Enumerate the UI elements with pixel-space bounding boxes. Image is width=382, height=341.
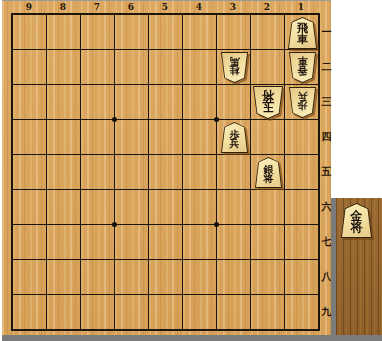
square-1h[interactable]	[284, 259, 318, 294]
piece-kanji-歩兵: 歩兵	[289, 87, 316, 118]
sente-silver-2e[interactable]: 銀将	[255, 157, 282, 188]
file-label-5: 5	[148, 1, 182, 13]
piece-character: 将	[264, 174, 274, 183]
square-7h[interactable]	[80, 259, 114, 294]
piece-outline: 飛車	[288, 17, 317, 49]
square-9g[interactable]	[12, 224, 46, 259]
square-6i[interactable]	[114, 294, 148, 329]
square-8i[interactable]	[46, 294, 80, 329]
gote-knight-3b[interactable]: 桂馬	[221, 52, 248, 83]
square-2h[interactable]	[250, 259, 284, 294]
board-grid: 飛車桂馬香車玉将歩兵歩兵銀将	[12, 14, 319, 330]
piece-character: 香	[298, 66, 308, 75]
square-8b[interactable]	[46, 49, 80, 84]
square-6f[interactable]	[114, 189, 148, 224]
sente-hand-tray[interactable]: 金将	[336, 198, 382, 335]
square-2a[interactable]	[250, 14, 284, 49]
square-1d[interactable]	[284, 119, 318, 154]
square-5g[interactable]	[148, 224, 182, 259]
file-label-8: 8	[46, 1, 80, 13]
piece-character: 将	[262, 90, 274, 101]
rank-label-4: 四	[320, 119, 333, 154]
file-label-1: 1	[284, 1, 318, 13]
square-3f[interactable]	[216, 189, 250, 224]
piece-face: 歩兵	[290, 88, 315, 117]
square-2f[interactable]	[250, 189, 284, 224]
square-8a[interactable]	[46, 14, 80, 49]
piece-kanji-飛車: 飛車	[288, 17, 317, 49]
square-5a[interactable]	[148, 14, 182, 49]
star-point	[112, 222, 117, 227]
square-5b[interactable]	[148, 49, 182, 84]
file-label-9: 9	[12, 1, 46, 13]
gote-lance-1b[interactable]: 香車	[289, 52, 316, 83]
sente-rook-1a[interactable]: 飛車	[288, 17, 317, 49]
piece-character: 桂	[230, 66, 240, 75]
piece-character: 兵	[230, 139, 240, 148]
piece-kanji-玉将: 玉将	[253, 86, 283, 119]
square-6b[interactable]	[114, 49, 148, 84]
piece-outline: 香車	[289, 52, 316, 83]
piece-face: 飛車	[289, 18, 316, 48]
piece-character: 車	[297, 35, 308, 45]
square-3g[interactable]	[216, 224, 250, 259]
square-6d[interactable]	[114, 119, 148, 154]
star-point	[214, 117, 219, 122]
piece-kanji-金将: 金将	[341, 203, 372, 238]
square-9d[interactable]	[12, 119, 46, 154]
square-6e[interactable]	[114, 154, 148, 189]
square-8f[interactable]	[46, 189, 80, 224]
square-4g[interactable]	[182, 224, 216, 259]
piece-outline: 銀将	[255, 157, 282, 188]
file-label-2: 2	[250, 1, 284, 13]
square-6g[interactable]	[114, 224, 148, 259]
square-4b[interactable]	[182, 49, 216, 84]
square-2g[interactable]	[250, 224, 284, 259]
file-label-6: 6	[114, 1, 148, 13]
square-7f[interactable]	[80, 189, 114, 224]
square-8d[interactable]	[46, 119, 80, 154]
square-4d[interactable]	[182, 119, 216, 154]
square-5h[interactable]	[148, 259, 182, 294]
square-6a[interactable]	[114, 14, 148, 49]
square-5c[interactable]	[148, 84, 182, 119]
square-7c[interactable]	[80, 84, 114, 119]
piece-outline: 歩兵	[289, 87, 316, 118]
square-9f[interactable]	[12, 189, 46, 224]
square-5i[interactable]	[148, 294, 182, 329]
piece-face: 歩兵	[222, 123, 247, 152]
piece-character: 馬	[230, 57, 240, 66]
piece-kanji-桂馬: 桂馬	[221, 52, 248, 83]
square-6h[interactable]	[114, 259, 148, 294]
square-4i[interactable]	[182, 294, 216, 329]
square-3e[interactable]	[216, 154, 250, 189]
piece-character: 将	[351, 222, 363, 233]
gote-pawn-1c[interactable]: 歩兵	[289, 87, 316, 118]
square-4c[interactable]	[182, 84, 216, 119]
square-9i[interactable]	[12, 294, 46, 329]
piece-kanji-銀将: 銀将	[255, 157, 282, 188]
piece-face: 香車	[290, 53, 315, 82]
square-9c[interactable]	[12, 84, 46, 119]
star-point	[214, 222, 219, 227]
square-1i[interactable]	[284, 294, 318, 329]
square-4e[interactable]	[182, 154, 216, 189]
square-4f[interactable]	[182, 189, 216, 224]
square-3i[interactable]	[216, 294, 250, 329]
square-4h[interactable]	[182, 259, 216, 294]
square-4a[interactable]	[182, 14, 216, 49]
shogi-app-canvas: 987654321 飛車桂馬香車玉将歩兵歩兵銀将 一二三四五六七八九 金将	[0, 0, 382, 341]
piece-kanji-歩兵: 歩兵	[221, 122, 248, 153]
square-1f[interactable]	[284, 189, 318, 224]
file-label-4: 4	[182, 1, 216, 13]
square-9a[interactable]	[12, 14, 46, 49]
piece-face: 玉将	[254, 87, 282, 118]
gote-king-2c[interactable]: 玉将	[253, 86, 283, 119]
square-9b[interactable]	[12, 49, 46, 84]
piece-outline: 桂馬	[221, 52, 248, 83]
piece-character: 歩	[298, 101, 308, 110]
square-3c[interactable]	[216, 84, 250, 119]
piece-outline: 金将	[341, 203, 372, 238]
square-8e[interactable]	[46, 154, 80, 189]
square-1g[interactable]	[284, 224, 318, 259]
square-1e[interactable]	[284, 154, 318, 189]
piece-character: 兵	[298, 92, 308, 101]
square-7e[interactable]	[80, 154, 114, 189]
square-5d[interactable]	[148, 119, 182, 154]
square-5f[interactable]	[148, 189, 182, 224]
rank-label-5: 五	[320, 154, 333, 189]
square-2i[interactable]	[250, 294, 284, 329]
square-8h[interactable]	[46, 259, 80, 294]
grid-line-horizontal	[12, 329, 319, 330]
square-7g[interactable]	[80, 224, 114, 259]
rank-label-1: 一	[320, 14, 333, 49]
piece-face: 金将	[342, 204, 371, 237]
square-7i[interactable]	[80, 294, 114, 329]
piece-character: 車	[298, 57, 308, 66]
square-9e[interactable]	[12, 154, 46, 189]
square-7a[interactable]	[80, 14, 114, 49]
piece-outline: 玉将	[253, 86, 283, 119]
piece-kanji-香車: 香車	[289, 52, 316, 83]
square-5e[interactable]	[148, 154, 182, 189]
file-label-3: 3	[216, 1, 250, 13]
square-3a[interactable]	[216, 14, 250, 49]
piece-face: 桂馬	[222, 53, 247, 82]
square-7d[interactable]	[80, 119, 114, 154]
file-label-7: 7	[80, 1, 114, 13]
rank-label-2: 二	[320, 49, 333, 84]
square-6c[interactable]	[114, 84, 148, 119]
square-8g[interactable]	[46, 224, 80, 259]
square-3h[interactable]	[216, 259, 250, 294]
square-7b[interactable]	[80, 49, 114, 84]
square-2d[interactable]	[250, 119, 284, 154]
piece-outline: 歩兵	[221, 122, 248, 153]
square-9h[interactable]	[12, 259, 46, 294]
square-2b[interactable]	[250, 49, 284, 84]
star-point	[112, 117, 117, 122]
grid-line-vertical	[318, 14, 319, 330]
piece-face: 銀将	[256, 158, 281, 187]
board-bottom-shadow	[2, 335, 382, 341]
undefined-gold-in-hand[interactable]: 金将	[341, 203, 372, 238]
sente-pawn-3d[interactable]: 歩兵	[221, 122, 248, 153]
shogi-board: 987654321 飛車桂馬香車玉将歩兵歩兵銀将 一二三四五六七八九	[2, 0, 331, 335]
square-8c[interactable]	[46, 84, 80, 119]
rank-label-3: 三	[320, 84, 333, 119]
